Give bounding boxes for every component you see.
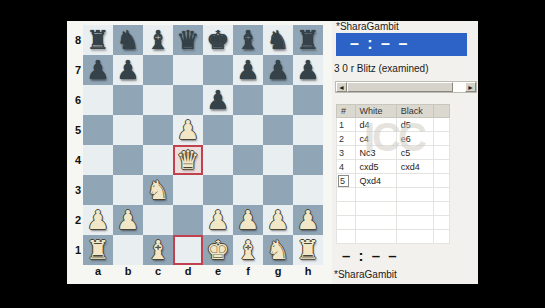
- square-a4[interactable]: [83, 145, 113, 175]
- video-frame: 87654321 ♜♞♝♛♚♝♞♜♟♟♟♟♟♟♟♛♞♟♟♟♟♟♟♜♝♚♝♞♜ a…: [0, 0, 545, 308]
- move-col-header-extra: [434, 105, 450, 118]
- rank-label-2: 2: [68, 205, 81, 235]
- move-row-5[interactable]: 5Qxd4: [337, 174, 450, 188]
- extra-cell: [434, 230, 450, 244]
- black-pawn-e6: ♟: [203, 85, 233, 115]
- extra-cell: [434, 146, 450, 160]
- black-move-cell[interactable]: e6: [396, 132, 434, 146]
- black-pawn-h7: ♟: [293, 55, 323, 85]
- square-a5[interactable]: [83, 115, 113, 145]
- move-list-header: #WhiteBlack: [337, 105, 450, 118]
- black-move-cell[interactable]: c5: [396, 146, 434, 160]
- square-a2[interactable]: ♟: [83, 205, 113, 235]
- square-d6[interactable]: [173, 85, 203, 115]
- extra-cell: [434, 216, 450, 230]
- scroll-left-arrow-icon[interactable]: ◄: [336, 82, 347, 92]
- white-move-cell: [355, 202, 396, 216]
- square-b5[interactable]: [113, 115, 143, 145]
- square-b8[interactable]: ♞: [113, 25, 143, 55]
- file-label-e: e: [203, 264, 233, 281]
- white-pawn-a2: ♟: [83, 205, 113, 235]
- square-a7[interactable]: ♟: [83, 55, 113, 85]
- square-f7[interactable]: ♟: [233, 55, 263, 85]
- square-a3[interactable]: [83, 175, 113, 205]
- player-name-top: *SharaGambit: [336, 21, 399, 32]
- extra-cell: [434, 174, 450, 188]
- move-row-empty: [337, 202, 450, 216]
- move-number-cell[interactable]: 5: [337, 174, 356, 188]
- black-rook-h8: ♜: [293, 25, 323, 55]
- file-label-g: g: [263, 264, 293, 281]
- black-move-cell: [396, 174, 434, 188]
- white-knight-g1: ♞: [263, 235, 293, 265]
- square-a1[interactable]: ♜: [83, 235, 113, 265]
- square-b6[interactable]: [113, 85, 143, 115]
- rank-label-1: 1: [68, 235, 81, 265]
- white-move-cell[interactable]: d4: [355, 118, 396, 132]
- square-d7[interactable]: [173, 55, 203, 85]
- black-bishop-f8: ♝: [233, 25, 263, 55]
- black-queen-d8: ♛: [173, 25, 203, 55]
- move-number-cell: [337, 202, 356, 216]
- rank-label-5: 5: [68, 115, 81, 145]
- move-row-empty: [337, 230, 450, 244]
- white-pawn-f2: ♟: [233, 205, 263, 235]
- white-knight-c3: ♞: [143, 175, 173, 205]
- black-move-cell: [396, 188, 434, 202]
- move-scrollbar[interactable]: ◄ ►: [335, 81, 477, 93]
- scroll-right-arrow-icon[interactable]: ►: [465, 82, 476, 92]
- black-pawn-g7: ♟: [263, 55, 293, 85]
- white-king-e1: ♚: [203, 235, 233, 265]
- black-rook-a8: ♜: [83, 25, 113, 55]
- square-f5[interactable]: [233, 115, 263, 145]
- square-h3[interactable]: [293, 175, 323, 205]
- black-king-e8: ♚: [203, 25, 233, 55]
- square-b1[interactable]: [113, 235, 143, 265]
- white-queen-d4: ♛: [173, 145, 203, 175]
- square-g6[interactable]: [263, 85, 293, 115]
- move-number-cell: [337, 216, 356, 230]
- move-number-cell[interactable]: 4: [337, 160, 356, 174]
- square-c4[interactable]: [143, 145, 173, 175]
- black-pawn-a7: ♟: [83, 55, 113, 85]
- square-b7[interactable]: ♟: [113, 55, 143, 85]
- file-label-b: b: [113, 264, 143, 281]
- square-c7[interactable]: [143, 55, 173, 85]
- white-pawn-b2: ♟: [113, 205, 143, 235]
- white-move-cell: [355, 230, 396, 244]
- square-e3[interactable]: [203, 175, 233, 205]
- move-row-2[interactable]: 2c4e6: [337, 132, 450, 146]
- white-move-cell[interactable]: cxd5: [355, 160, 396, 174]
- white-rook-a1: ♜: [83, 235, 113, 265]
- extra-cell: [434, 132, 450, 146]
- square-c3[interactable]: ♞: [143, 175, 173, 205]
- square-c8[interactable]: ♝: [143, 25, 173, 55]
- square-e1[interactable]: ♚: [203, 235, 233, 265]
- square-d5[interactable]: ♟: [173, 115, 203, 145]
- white-pawn-g2: ♟: [263, 205, 293, 235]
- file-label-f: f: [233, 264, 263, 281]
- file-label-d: d: [173, 264, 203, 281]
- move-number-cell[interactable]: 1: [337, 118, 356, 132]
- rank-label-4: 4: [68, 145, 81, 175]
- black-bishop-c8: ♝: [143, 25, 173, 55]
- square-c6[interactable]: [143, 85, 173, 115]
- black-clock: – : – –: [342, 247, 398, 264]
- extra-cell: [434, 188, 450, 202]
- chess-board[interactable]: ♜♞♝♛♚♝♞♜♟♟♟♟♟♟♟♛♞♟♟♟♟♟♟♜♝♚♝♞♜: [83, 25, 323, 265]
- move-row-3[interactable]: 3Nc3c5: [337, 146, 450, 160]
- player-name-bottom: *SharaGambit: [334, 269, 397, 280]
- square-e6[interactable]: ♟: [203, 85, 233, 115]
- square-g8[interactable]: ♞: [263, 25, 293, 55]
- white-move-cell[interactable]: c4: [355, 132, 396, 146]
- file-label-h: h: [293, 264, 323, 281]
- white-clock: – : – –: [336, 33, 467, 56]
- square-f4[interactable]: [233, 145, 263, 175]
- square-c1[interactable]: ♝: [143, 235, 173, 265]
- square-g4[interactable]: [263, 145, 293, 175]
- square-b3[interactable]: [113, 175, 143, 205]
- game-description: 3 0 r Blitz (examined): [334, 63, 428, 74]
- square-a6[interactable]: [83, 85, 113, 115]
- square-e2[interactable]: ♟: [203, 205, 233, 235]
- black-move-cell[interactable]: d5: [396, 118, 434, 132]
- square-h8[interactable]: ♜: [293, 25, 323, 55]
- move-number-cell[interactable]: 2: [337, 132, 356, 146]
- square-f6[interactable]: [233, 85, 263, 115]
- black-move-cell: [396, 202, 434, 216]
- white-move-cell[interactable]: Nc3: [355, 146, 396, 160]
- square-h7[interactable]: ♟: [293, 55, 323, 85]
- square-d4[interactable]: ♛: [173, 145, 203, 175]
- white-pawn-d5: ♟: [173, 115, 203, 145]
- extra-cell: [434, 118, 450, 132]
- square-e5[interactable]: [203, 115, 233, 145]
- move-row-empty: [337, 188, 450, 202]
- move-list-table[interactable]: #WhiteBlack 1d4d52c4e63Nc3c54cxd5cxd45Qx…: [336, 104, 450, 244]
- square-h6[interactable]: [293, 85, 323, 115]
- rank-label-7: 7: [68, 55, 81, 85]
- square-d8[interactable]: ♛: [173, 25, 203, 55]
- white-pawn-e2: ♟: [203, 205, 233, 235]
- square-g3[interactable]: [263, 175, 293, 205]
- square-g5[interactable]: [263, 115, 293, 145]
- black-pawn-b7: ♟: [113, 55, 143, 85]
- square-g2[interactable]: ♟: [263, 205, 293, 235]
- file-labels: abcdefgh: [83, 264, 323, 281]
- extra-cell: [434, 160, 450, 174]
- black-move-cell: [396, 216, 434, 230]
- square-f1[interactable]: ♝: [233, 235, 263, 265]
- move-row-empty: [337, 216, 450, 230]
- extra-cell: [434, 202, 450, 216]
- file-label-a: a: [83, 264, 113, 281]
- square-h5[interactable]: [293, 115, 323, 145]
- white-rook-h1: ♜: [293, 235, 323, 265]
- move-row-4[interactable]: 4cxd5cxd4: [337, 160, 450, 174]
- scrollbar-thumb[interactable]: [347, 82, 453, 92]
- square-h2[interactable]: ♟: [293, 205, 323, 235]
- square-b2[interactable]: ♟: [113, 205, 143, 235]
- black-knight-b8: ♞: [113, 25, 143, 55]
- rank-label-3: 3: [68, 175, 81, 205]
- square-g7[interactable]: ♟: [263, 55, 293, 85]
- square-c2[interactable]: [143, 205, 173, 235]
- square-a8[interactable]: ♜: [83, 25, 113, 55]
- black-pawn-f7: ♟: [233, 55, 263, 85]
- square-e8[interactable]: ♚: [203, 25, 233, 55]
- square-f8[interactable]: ♝: [233, 25, 263, 55]
- black-move-cell[interactable]: cxd4: [396, 160, 434, 174]
- rank-label-6: 6: [68, 85, 81, 115]
- white-move-cell: [355, 216, 396, 230]
- move-col-header-Black: Black: [396, 105, 434, 118]
- rank-labels: 87654321: [68, 25, 81, 265]
- move-col-header-White: White: [355, 105, 396, 118]
- square-d1[interactable]: [173, 235, 203, 265]
- square-b4[interactable]: [113, 145, 143, 175]
- black-knight-g8: ♞: [263, 25, 293, 55]
- white-move-cell[interactable]: Qxd4: [355, 174, 396, 188]
- square-e4[interactable]: [203, 145, 233, 175]
- rank-label-8: 8: [68, 25, 81, 55]
- move-number-cell: [337, 188, 356, 202]
- square-f3[interactable]: [233, 175, 263, 205]
- file-label-c: c: [143, 264, 173, 281]
- move-row-1[interactable]: 1d4d5: [337, 118, 450, 132]
- square-h1[interactable]: ♜: [293, 235, 323, 265]
- square-d2[interactable]: [173, 205, 203, 235]
- black-move-cell: [396, 230, 434, 244]
- move-number-cell[interactable]: 3: [337, 146, 356, 160]
- square-g1[interactable]: ♞: [263, 235, 293, 265]
- white-bishop-f1: ♝: [233, 235, 263, 265]
- chess-board-panel: 87654321 ♜♞♝♛♚♝♞♜♟♟♟♟♟♟♟♛♞♟♟♟♟♟♟♜♝♚♝♞♜ a…: [67, 21, 332, 284]
- square-h4[interactable]: [293, 145, 323, 175]
- square-e7[interactable]: [203, 55, 233, 85]
- square-d3[interactable]: [173, 175, 203, 205]
- move-col-header-#: #: [337, 105, 356, 118]
- white-bishop-c1: ♝: [143, 235, 173, 265]
- square-f2[interactable]: ♟: [233, 205, 263, 235]
- white-pawn-h2: ♟: [293, 205, 323, 235]
- square-c5[interactable]: [143, 115, 173, 145]
- white-move-cell: [355, 188, 396, 202]
- game-info-panel: *SharaGambit – : – – 3 0 r Blitz (examin…: [332, 21, 478, 284]
- move-number-cell: [337, 230, 356, 244]
